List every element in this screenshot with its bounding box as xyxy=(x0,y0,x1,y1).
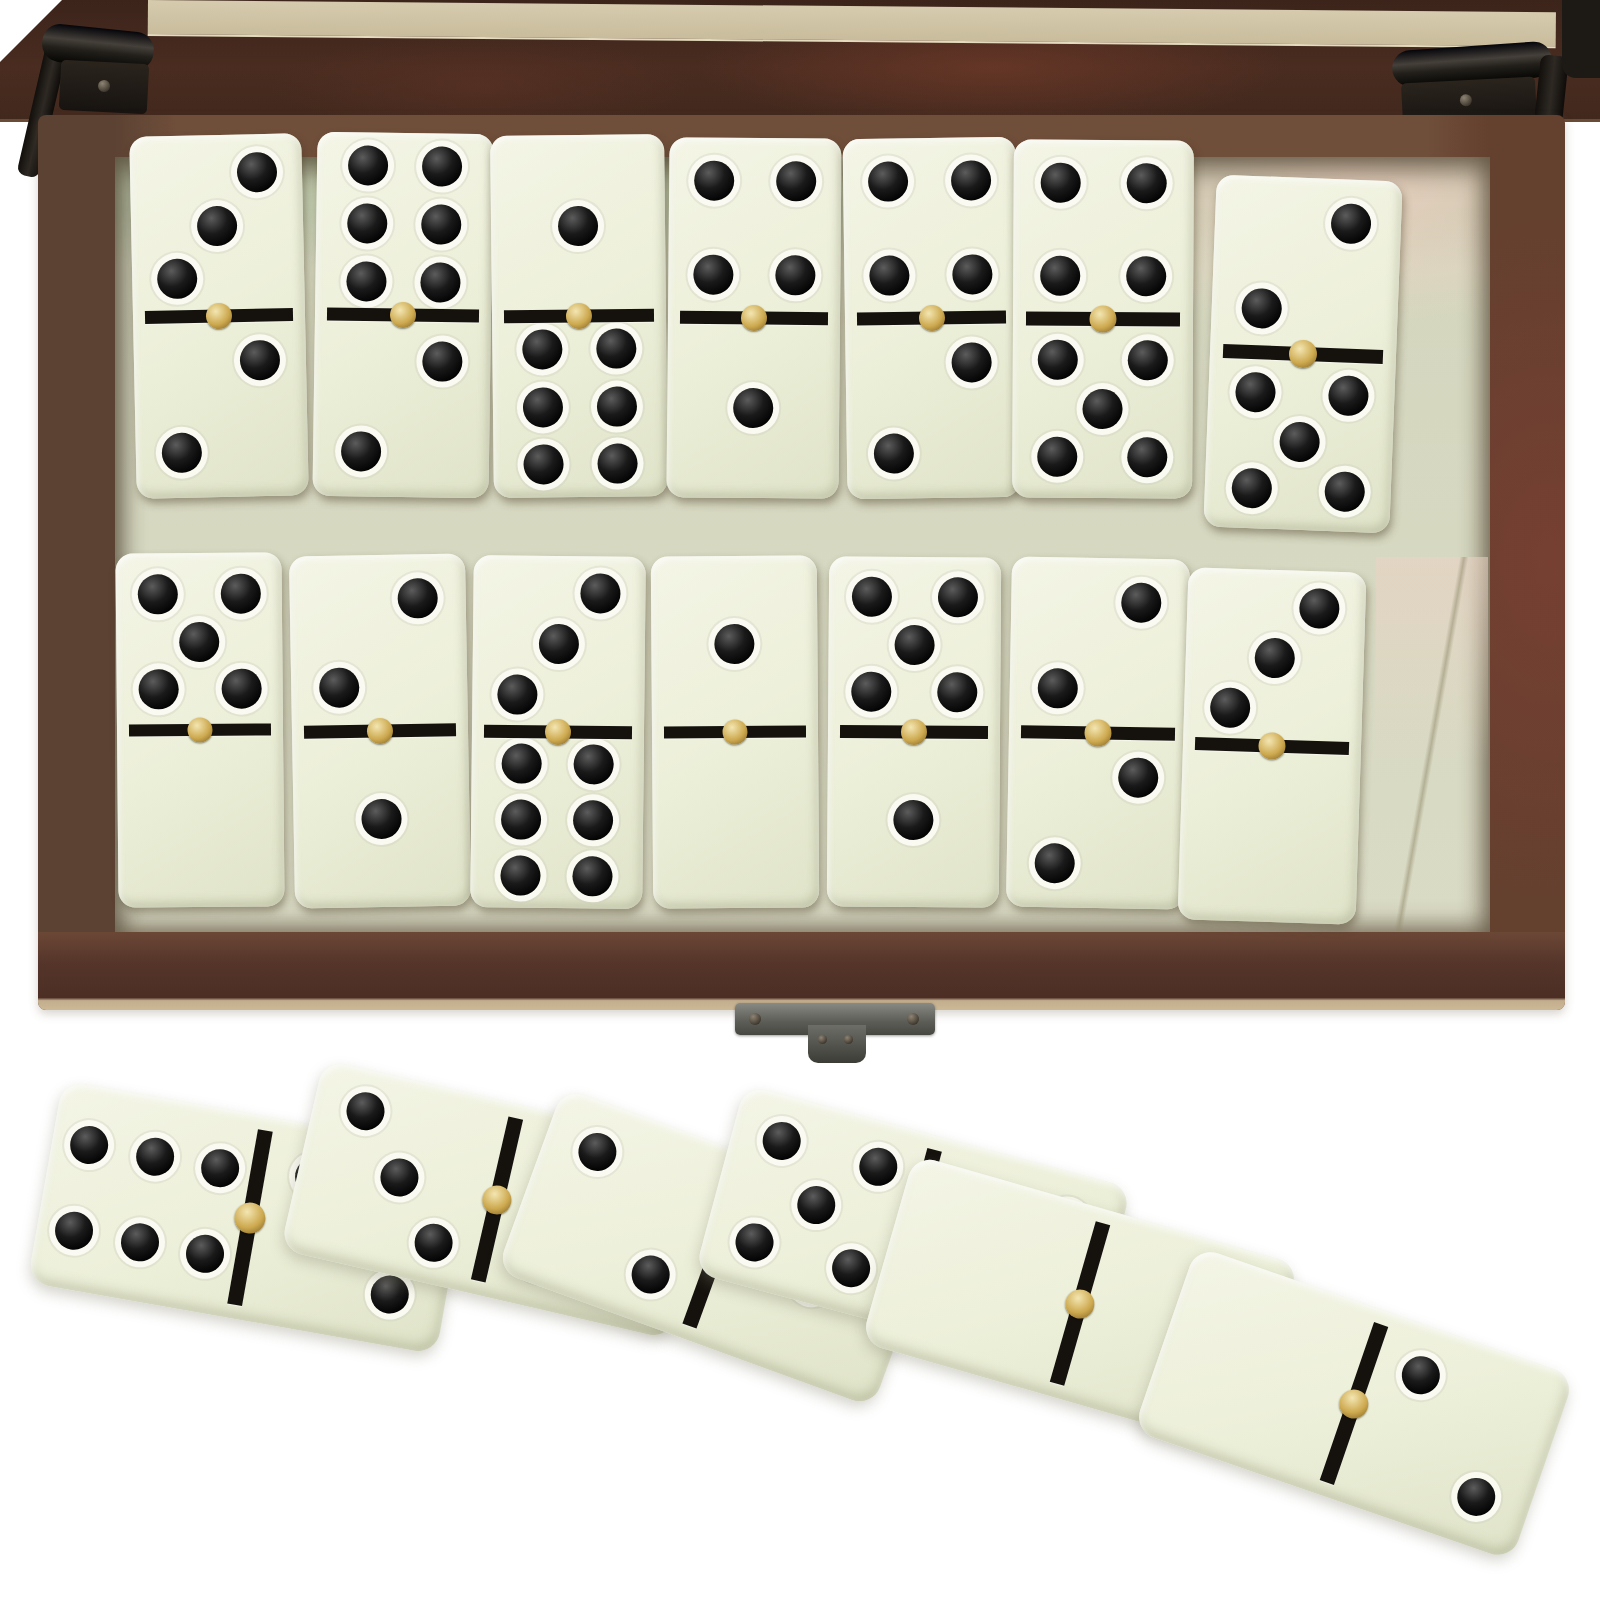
pip-icon xyxy=(157,258,198,299)
lining-crease xyxy=(1376,557,1488,933)
brass-spinner-icon xyxy=(566,303,592,329)
pip-icon xyxy=(1128,340,1168,380)
pip-icon xyxy=(1279,421,1321,463)
pip-icon xyxy=(851,671,891,711)
pip-icon xyxy=(1234,372,1276,414)
pip-icon xyxy=(318,667,359,708)
pip-icon xyxy=(1037,668,1078,709)
pip-icon xyxy=(1210,687,1251,728)
pip-icon xyxy=(573,800,613,840)
pip-icon xyxy=(1452,1473,1500,1521)
pip-icon xyxy=(869,255,910,296)
pip-icon xyxy=(539,624,579,664)
pip-icon xyxy=(952,254,993,295)
domino-half xyxy=(1178,743,1361,925)
pip-icon xyxy=(221,669,261,709)
pip-icon xyxy=(67,1124,111,1168)
pip-icon xyxy=(1254,637,1295,678)
domino-half xyxy=(117,729,285,907)
brass-spinner-icon xyxy=(901,719,927,745)
pip-icon xyxy=(422,146,463,187)
domino-half xyxy=(490,134,666,317)
pip-icon xyxy=(937,672,977,712)
pip-icon xyxy=(597,444,637,484)
pip-icon xyxy=(572,856,612,896)
domino-set-photo xyxy=(0,0,1600,1600)
brass-spinner-icon xyxy=(187,717,212,742)
pip-icon xyxy=(1038,340,1078,380)
pip-icon xyxy=(361,799,402,840)
domino-half xyxy=(827,731,1000,907)
pip-icon xyxy=(1327,375,1369,417)
pip-icon xyxy=(596,386,636,426)
pip-icon xyxy=(237,152,278,193)
pip-icon xyxy=(793,1181,840,1228)
pip-icon xyxy=(894,624,934,664)
pip-icon xyxy=(118,1220,162,1264)
pip-icon xyxy=(776,161,816,201)
latch-tab[interactable] xyxy=(808,1025,866,1063)
pip-icon xyxy=(1324,470,1366,512)
pip-icon xyxy=(340,431,381,472)
pip-icon xyxy=(1241,288,1283,330)
pip-icon xyxy=(220,573,260,613)
domino-half xyxy=(1006,731,1187,909)
domino-half xyxy=(1009,556,1190,734)
pip-icon xyxy=(694,161,734,201)
domino-4-1[interactable] xyxy=(666,137,841,498)
domino-half xyxy=(668,137,842,318)
domino-half xyxy=(470,731,644,909)
domino-half xyxy=(828,556,1001,732)
pip-icon xyxy=(501,799,541,839)
domino-3-2[interactable] xyxy=(129,133,309,499)
domino-4-2[interactable] xyxy=(842,137,1020,499)
lid-corner-metal-icon xyxy=(1562,0,1600,78)
domino-half xyxy=(472,555,646,733)
pip-icon xyxy=(828,1245,875,1292)
domino-half xyxy=(312,314,491,498)
pip-icon xyxy=(596,328,636,368)
domino-2-2[interactable] xyxy=(1006,556,1190,909)
domino-2-5[interactable] xyxy=(1203,175,1402,534)
domino-half xyxy=(289,553,468,732)
pip-icon xyxy=(558,205,598,245)
screw-icon xyxy=(1460,94,1473,107)
domino-half xyxy=(292,729,471,908)
pip-icon xyxy=(852,577,892,617)
domino-3-6[interactable] xyxy=(470,555,646,909)
domino-half xyxy=(315,132,494,316)
pip-icon xyxy=(523,329,563,369)
domino-half xyxy=(1210,175,1403,358)
pip-icon xyxy=(731,1219,778,1266)
pip-icon xyxy=(873,433,914,474)
brass-spinner-icon xyxy=(1089,305,1116,332)
pip-icon xyxy=(893,799,933,839)
screw-icon xyxy=(98,80,111,93)
brass-spinner-icon xyxy=(545,719,571,745)
left-hinge-plate-icon xyxy=(59,60,149,115)
pip-icon xyxy=(626,1250,675,1299)
domino-half xyxy=(651,555,818,732)
pip-icon xyxy=(1040,256,1080,296)
pip-icon xyxy=(1298,588,1339,629)
pip-icon xyxy=(497,674,537,714)
pip-icon xyxy=(368,1272,412,1316)
brass-spinner-icon xyxy=(741,305,767,331)
pip-icon xyxy=(500,856,540,896)
pip-icon xyxy=(346,261,387,302)
pip-icon xyxy=(138,669,178,709)
pip-icon xyxy=(1231,467,1273,509)
pip-icon xyxy=(52,1208,96,1252)
pip-icon xyxy=(421,204,462,245)
pip-icon xyxy=(133,1135,177,1179)
pip-icon xyxy=(952,342,993,383)
domino-4-5[interactable] xyxy=(1012,140,1194,499)
pip-icon xyxy=(137,574,177,614)
pip-icon xyxy=(1397,1351,1445,1399)
pip-icon xyxy=(1082,388,1122,428)
pip-icon xyxy=(1118,757,1159,798)
pip-icon xyxy=(938,577,978,617)
latch[interactable] xyxy=(735,1003,935,1035)
pip-icon xyxy=(868,162,909,203)
pip-icon xyxy=(398,578,439,619)
domino-half xyxy=(1012,319,1193,499)
pip-icon xyxy=(775,255,815,295)
pip-icon xyxy=(197,205,238,246)
pip-icon xyxy=(581,573,621,613)
pip-icon xyxy=(1127,163,1167,203)
pip-icon xyxy=(411,1220,457,1266)
domino-0-2[interactable] xyxy=(1133,1246,1575,1561)
domino-half xyxy=(492,315,668,498)
domino-half xyxy=(1013,140,1194,320)
domino-half xyxy=(129,133,305,318)
pip-icon xyxy=(524,445,564,485)
domino-half xyxy=(652,731,819,908)
pip-icon xyxy=(198,1147,242,1191)
pip-icon xyxy=(1121,582,1162,623)
pip-icon xyxy=(377,1154,423,1200)
domino-2-1[interactable] xyxy=(289,553,471,908)
domino-1-6[interactable] xyxy=(490,134,668,498)
pip-icon xyxy=(733,388,773,428)
pip-icon xyxy=(758,1118,805,1165)
pip-icon xyxy=(1034,843,1075,884)
pip-icon xyxy=(348,145,389,186)
pip-icon xyxy=(420,262,461,303)
domino-half xyxy=(842,137,1017,319)
pip-icon xyxy=(183,1231,227,1275)
domino-half xyxy=(1203,350,1396,533)
pip-icon xyxy=(1037,436,1077,476)
domino-half xyxy=(845,317,1020,499)
pip-icon xyxy=(573,1127,622,1176)
domino-half xyxy=(666,317,840,498)
pip-icon xyxy=(239,340,280,381)
pip-icon xyxy=(523,387,563,427)
pip-icon xyxy=(1126,256,1166,296)
box-front-rim xyxy=(38,932,1565,1010)
pip-icon xyxy=(574,744,614,784)
domino-half xyxy=(133,314,309,499)
domino-6-2[interactable] xyxy=(312,132,493,498)
domino-5-1[interactable] xyxy=(827,556,1001,907)
domino-half xyxy=(1183,567,1366,749)
domino-3-0[interactable] xyxy=(1178,567,1367,924)
pip-icon xyxy=(179,621,219,661)
pip-icon xyxy=(423,341,464,382)
pip-icon xyxy=(343,1088,389,1134)
pip-icon xyxy=(951,160,992,201)
pip-icon xyxy=(1127,437,1167,477)
domino-half xyxy=(115,552,283,730)
pip-icon xyxy=(347,203,388,244)
pip-icon xyxy=(162,432,203,473)
brass-spinner-icon xyxy=(722,719,747,744)
pip-icon xyxy=(714,624,754,664)
domino-5-0[interactable] xyxy=(115,552,284,907)
pip-icon xyxy=(855,1143,902,1190)
pip-icon xyxy=(1330,203,1372,245)
pip-icon xyxy=(1040,163,1080,203)
pip-icon xyxy=(693,254,733,294)
domino-1-0[interactable] xyxy=(651,555,819,908)
pip-icon xyxy=(501,743,541,783)
